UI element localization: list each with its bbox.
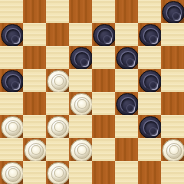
black-man-f6[interactable] bbox=[116, 47, 139, 70]
square-f4[interactable] bbox=[115, 92, 138, 115]
white-man-c3[interactable] bbox=[47, 116, 70, 139]
white-man-h2[interactable] bbox=[162, 139, 184, 162]
square-e7[interactable] bbox=[92, 23, 115, 46]
square-e3[interactable] bbox=[92, 115, 115, 138]
white-man-c5[interactable] bbox=[47, 70, 70, 93]
white-man-a3[interactable] bbox=[1, 116, 24, 139]
checkers-board bbox=[0, 0, 184, 184]
square-b5[interactable] bbox=[23, 69, 46, 92]
square-h4[interactable] bbox=[161, 92, 184, 115]
square-b8[interactable] bbox=[23, 0, 46, 23]
square-e8[interactable] bbox=[92, 0, 115, 23]
square-a3[interactable] bbox=[0, 115, 23, 138]
square-f1[interactable] bbox=[115, 161, 138, 184]
white-man-d2[interactable] bbox=[70, 139, 93, 162]
square-f7[interactable] bbox=[115, 23, 138, 46]
square-d2[interactable] bbox=[69, 138, 92, 161]
square-f3[interactable] bbox=[115, 115, 138, 138]
square-g3[interactable] bbox=[138, 115, 161, 138]
black-man-a5[interactable] bbox=[1, 70, 24, 93]
square-a2[interactable] bbox=[0, 138, 23, 161]
white-man-b2[interactable] bbox=[24, 139, 47, 162]
square-h2[interactable] bbox=[161, 138, 184, 161]
square-f8[interactable] bbox=[115, 0, 138, 23]
square-e5[interactable] bbox=[92, 69, 115, 92]
square-h8[interactable] bbox=[161, 0, 184, 23]
square-a1[interactable] bbox=[0, 161, 23, 184]
square-g4[interactable] bbox=[138, 92, 161, 115]
square-f2[interactable] bbox=[115, 138, 138, 161]
square-a7[interactable] bbox=[0, 23, 23, 46]
square-h7[interactable] bbox=[161, 23, 184, 46]
square-c1[interactable] bbox=[46, 161, 69, 184]
square-a5[interactable] bbox=[0, 69, 23, 92]
square-b7[interactable] bbox=[23, 23, 46, 46]
square-h5[interactable] bbox=[161, 69, 184, 92]
black-man-a7[interactable] bbox=[1, 24, 24, 47]
square-e4[interactable] bbox=[92, 92, 115, 115]
square-b1[interactable] bbox=[23, 161, 46, 184]
square-d7[interactable] bbox=[69, 23, 92, 46]
black-man-h8[interactable] bbox=[162, 1, 184, 24]
square-a4[interactable] bbox=[0, 92, 23, 115]
square-a6[interactable] bbox=[0, 46, 23, 69]
square-f5[interactable] bbox=[115, 69, 138, 92]
square-d5[interactable] bbox=[69, 69, 92, 92]
white-man-c1[interactable] bbox=[47, 162, 70, 184]
square-d4[interactable] bbox=[69, 92, 92, 115]
white-man-a1[interactable] bbox=[1, 162, 24, 184]
square-g5[interactable] bbox=[138, 69, 161, 92]
square-a8[interactable] bbox=[0, 0, 23, 23]
square-d6[interactable] bbox=[69, 46, 92, 69]
black-man-d6[interactable] bbox=[70, 47, 93, 70]
square-c2[interactable] bbox=[46, 138, 69, 161]
square-g1[interactable] bbox=[138, 161, 161, 184]
square-c6[interactable] bbox=[46, 46, 69, 69]
square-c5[interactable] bbox=[46, 69, 69, 92]
black-man-g5[interactable] bbox=[139, 70, 162, 93]
square-c7[interactable] bbox=[46, 23, 69, 46]
square-b3[interactable] bbox=[23, 115, 46, 138]
square-e1[interactable] bbox=[92, 161, 115, 184]
square-d8[interactable] bbox=[69, 0, 92, 23]
square-g6[interactable] bbox=[138, 46, 161, 69]
square-b4[interactable] bbox=[23, 92, 46, 115]
square-c8[interactable] bbox=[46, 0, 69, 23]
black-man-f4[interactable] bbox=[116, 93, 139, 116]
square-h6[interactable] bbox=[161, 46, 184, 69]
square-e2[interactable] bbox=[92, 138, 115, 161]
square-c3[interactable] bbox=[46, 115, 69, 138]
square-c4[interactable] bbox=[46, 92, 69, 115]
square-d3[interactable] bbox=[69, 115, 92, 138]
black-man-e7[interactable] bbox=[93, 24, 116, 47]
square-e6[interactable] bbox=[92, 46, 115, 69]
square-b2[interactable] bbox=[23, 138, 46, 161]
square-d1[interactable] bbox=[69, 161, 92, 184]
square-h3[interactable] bbox=[161, 115, 184, 138]
square-g7[interactable] bbox=[138, 23, 161, 46]
square-g8[interactable] bbox=[138, 0, 161, 23]
square-g2[interactable] bbox=[138, 138, 161, 161]
black-man-g7[interactable] bbox=[139, 24, 162, 47]
square-b6[interactable] bbox=[23, 46, 46, 69]
white-man-d4[interactable] bbox=[70, 93, 93, 116]
square-f6[interactable] bbox=[115, 46, 138, 69]
square-h1[interactable] bbox=[161, 161, 184, 184]
black-man-g3[interactable] bbox=[139, 116, 162, 139]
